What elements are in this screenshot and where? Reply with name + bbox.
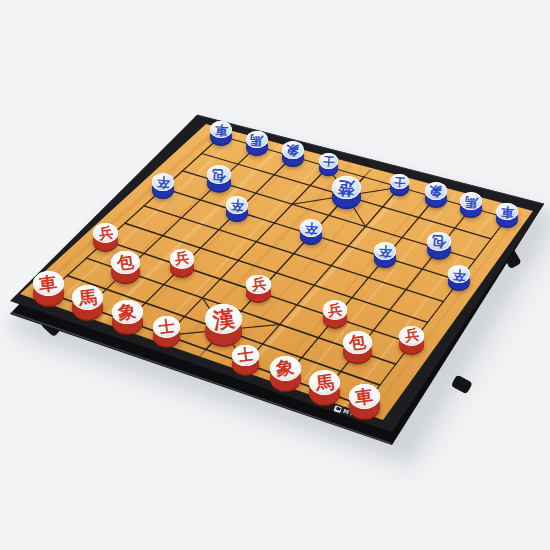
piece-glyph: 馬 xyxy=(250,131,264,149)
piece-red-cannon[interactable]: 包 xyxy=(343,331,372,354)
piece-red-elephant[interactable]: 象 xyxy=(270,356,301,381)
piece-glyph: 士 xyxy=(236,344,254,367)
piece-glyph: 車 xyxy=(38,271,59,297)
piece-blue-horse[interactable]: 馬 xyxy=(246,131,268,149)
piece-glyph: 車 xyxy=(500,202,514,220)
piece-blue-cannon[interactable]: 包 xyxy=(207,165,231,184)
piece-glyph: 包 xyxy=(347,330,366,355)
piece-blue-soldier[interactable]: 卒 xyxy=(448,265,470,283)
piece-glyph: 卒 xyxy=(452,265,466,283)
piece-glyph: 馬 xyxy=(464,192,478,210)
piece-red-guard[interactable]: 士 xyxy=(153,316,180,338)
piece-blue-soldier[interactable]: 卒 xyxy=(152,173,174,191)
piece-blue-soldier[interactable]: 卒 xyxy=(226,196,248,214)
piece-glyph: 馬 xyxy=(314,370,335,396)
piece-glyph: 卒 xyxy=(230,196,244,214)
piece-glyph: 兵 xyxy=(250,274,266,295)
piece-blue-chariot[interactable]: 車 xyxy=(210,121,232,139)
piece-red-chariot[interactable]: 車 xyxy=(349,384,380,409)
piece-red-chariot[interactable]: 車 xyxy=(33,271,64,296)
piece-red-cannon[interactable]: 包 xyxy=(111,251,140,274)
piece-glyph: 車 xyxy=(214,120,228,138)
piece-glyph: 士 xyxy=(157,316,175,339)
piece-red-general[interactable]: 漢 xyxy=(205,304,243,334)
piece-red-soldier[interactable]: 兵 xyxy=(93,223,118,243)
piece-red-elephant[interactable]: 象 xyxy=(112,300,143,325)
piece-glyph: 包 xyxy=(115,250,134,275)
piece-red-soldier[interactable]: 兵 xyxy=(399,326,424,346)
piece-glyph: 馬 xyxy=(77,285,98,311)
piece-blue-chariot[interactable]: 車 xyxy=(496,203,518,221)
piece-glyph: 兵 xyxy=(327,300,343,321)
piece-glyph: 卒 xyxy=(156,173,170,191)
piece-glyph: 漢 xyxy=(211,303,236,334)
piece-blue-soldier[interactable]: 卒 xyxy=(374,242,396,260)
piece-glyph: 象 xyxy=(275,355,296,381)
piece-blue-elephant[interactable]: 象 xyxy=(282,141,304,159)
piece-glyph: 士 xyxy=(322,153,334,169)
piece-glyph: 士 xyxy=(394,174,406,190)
piece-glyph: 兵 xyxy=(403,326,419,347)
piece-glyph: 象 xyxy=(286,141,300,159)
piece-blue-general[interactable]: 楚 xyxy=(332,176,361,199)
piece-glyph: 象 xyxy=(429,182,443,200)
piece-blue-cannon[interactable]: 包 xyxy=(427,232,451,251)
piece-glyph: 卒 xyxy=(378,242,392,260)
piece-glyph: 兵 xyxy=(174,249,190,270)
piece-blue-elephant[interactable]: 象 xyxy=(425,182,447,200)
piece-glyph: 卒 xyxy=(304,219,318,237)
piece-glyph: 車 xyxy=(354,384,375,410)
piece-blue-guard[interactable]: 士 xyxy=(319,153,338,168)
piece-glyph: 象 xyxy=(117,299,138,325)
piece-blue-horse[interactable]: 馬 xyxy=(460,192,482,210)
piece-glyph: 楚 xyxy=(337,176,355,199)
piece-blue-soldier[interactable]: 卒 xyxy=(300,219,322,237)
piece-blue-guard[interactable]: 士 xyxy=(390,174,409,189)
piece-red-soldier[interactable]: 兵 xyxy=(246,275,271,295)
piece-glyph: 兵 xyxy=(97,223,113,244)
piece-red-guard[interactable]: 士 xyxy=(232,345,259,367)
piece-red-horse[interactable]: 馬 xyxy=(309,370,340,395)
piece-red-soldier[interactable]: 兵 xyxy=(170,249,195,269)
piece-glyph: 包 xyxy=(212,165,227,184)
piece-red-soldier[interactable]: 兵 xyxy=(323,300,348,320)
piece-red-horse[interactable]: 馬 xyxy=(72,285,103,310)
pieces-layer: 車馬象士包士卒楚象馬卒車卒兵包卒兵包卒兵車馬兵象漢士兵包士象馬車 xyxy=(0,0,550,550)
piece-glyph: 包 xyxy=(431,232,446,251)
product-photo-scene: MYU 車馬象士包士卒楚象馬卒車卒兵包卒兵包卒兵車馬兵象漢士兵包士象馬車 xyxy=(0,0,550,550)
